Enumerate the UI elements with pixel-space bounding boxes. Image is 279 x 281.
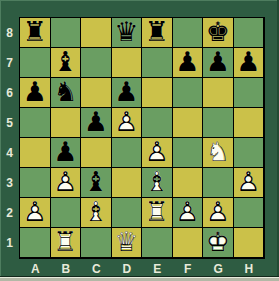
file-labels: ABCDEFGH bbox=[20, 260, 264, 277]
square-g1[interactable]: ♚♔ bbox=[203, 228, 234, 258]
square-h7[interactable]: ♟ bbox=[234, 48, 265, 78]
square-c6[interactable] bbox=[81, 78, 112, 108]
square-c4[interactable] bbox=[81, 138, 112, 168]
piece-glyph-outline: ♙ bbox=[20, 198, 50, 227]
square-b1[interactable]: ♜♖ bbox=[51, 228, 82, 258]
rank-label-8: 8 bbox=[0, 18, 19, 48]
black-pawn[interactable]: ♟ bbox=[173, 48, 203, 77]
square-b3[interactable]: ♟♙ bbox=[51, 168, 82, 198]
white-pawn[interactable]: ♟♙ bbox=[173, 198, 203, 227]
square-h3[interactable]: ♟♙ bbox=[234, 168, 265, 198]
square-d7[interactable] bbox=[112, 48, 143, 78]
square-f2[interactable]: ♟♙ bbox=[173, 198, 204, 228]
square-a3[interactable] bbox=[20, 168, 51, 198]
piece-glyph-outline: ♘ bbox=[203, 138, 233, 167]
white-king[interactable]: ♚♔ bbox=[203, 228, 233, 257]
square-d3[interactable] bbox=[112, 168, 143, 198]
square-g3[interactable] bbox=[203, 168, 234, 198]
square-f6[interactable] bbox=[173, 78, 204, 108]
square-e3[interactable]: ♝♗ bbox=[142, 168, 173, 198]
square-b6[interactable]: ♞ bbox=[51, 78, 82, 108]
square-b2[interactable] bbox=[51, 198, 82, 228]
black-pawn[interactable]: ♟ bbox=[234, 48, 264, 77]
square-b4[interactable]: ♟ bbox=[51, 138, 82, 168]
black-knight[interactable]: ♞ bbox=[51, 78, 81, 107]
square-d6[interactable]: ♟ bbox=[112, 78, 143, 108]
white-pawn[interactable]: ♟♙ bbox=[142, 138, 172, 167]
white-rook[interactable]: ♜♖ bbox=[142, 198, 172, 227]
rank-label-1: 1 bbox=[0, 228, 19, 258]
square-a6[interactable]: ♟ bbox=[20, 78, 51, 108]
black-king[interactable]: ♚ bbox=[203, 18, 233, 47]
black-pawn[interactable]: ♟ bbox=[112, 78, 142, 107]
square-h5[interactable] bbox=[234, 108, 265, 138]
rank-label-6: 6 bbox=[0, 78, 19, 108]
white-rook[interactable]: ♜♖ bbox=[51, 228, 81, 257]
square-h2[interactable] bbox=[234, 198, 265, 228]
window-bevel-right bbox=[277, 0, 279, 281]
square-f1[interactable] bbox=[173, 228, 204, 258]
black-queen[interactable]: ♛ bbox=[112, 18, 142, 47]
piece-glyph-outline: ♙ bbox=[203, 198, 233, 227]
square-f3[interactable] bbox=[173, 168, 204, 198]
square-e5[interactable] bbox=[142, 108, 173, 138]
piece-glyph-outline: ♙ bbox=[112, 108, 142, 137]
black-bishop[interactable]: ♝ bbox=[81, 168, 111, 197]
square-e6[interactable] bbox=[142, 78, 173, 108]
black-pawn[interactable]: ♟ bbox=[51, 138, 81, 167]
square-d1[interactable]: ♛♕ bbox=[112, 228, 143, 258]
square-f8[interactable] bbox=[173, 18, 204, 48]
white-bishop[interactable]: ♝♗ bbox=[81, 198, 111, 227]
square-g5[interactable] bbox=[203, 108, 234, 138]
rank-label-4: 4 bbox=[0, 138, 19, 168]
square-a5[interactable] bbox=[20, 108, 51, 138]
rank-labels: 87654321 bbox=[0, 18, 19, 258]
square-b8[interactable] bbox=[51, 18, 82, 48]
square-f4[interactable] bbox=[173, 138, 204, 168]
square-c1[interactable] bbox=[81, 228, 112, 258]
white-pawn[interactable]: ♟♙ bbox=[20, 198, 50, 227]
square-d2[interactable] bbox=[112, 198, 143, 228]
square-a8[interactable]: ♜ bbox=[20, 18, 51, 48]
square-f5[interactable] bbox=[173, 108, 204, 138]
square-g4[interactable]: ♞♘ bbox=[203, 138, 234, 168]
square-f7[interactable]: ♟ bbox=[173, 48, 204, 78]
square-d8[interactable]: ♛ bbox=[112, 18, 143, 48]
file-label-b: B bbox=[51, 260, 82, 277]
piece-glyph-outline: ♙ bbox=[142, 138, 172, 167]
piece-glyph-outline: ♔ bbox=[203, 228, 233, 257]
square-h6[interactable] bbox=[234, 78, 265, 108]
black-bishop[interactable]: ♝ bbox=[51, 48, 81, 77]
piece-glyph-outline: ♖ bbox=[51, 228, 81, 257]
square-e1[interactable] bbox=[142, 228, 173, 258]
piece-glyph-outline: ♙ bbox=[51, 168, 81, 197]
square-a4[interactable] bbox=[20, 138, 51, 168]
file-label-f: F bbox=[173, 260, 204, 277]
black-pawn[interactable]: ♟ bbox=[81, 108, 111, 137]
square-a1[interactable] bbox=[20, 228, 51, 258]
square-g6[interactable] bbox=[203, 78, 234, 108]
chess-board[interactable]: ♜♛♜♚♝♟♟♟♟♞♟♟♟♙♟♟♙♞♘♟♙♝♝♗♟♙♟♙♝♗♜♖♟♙♟♙♜♖♛♕… bbox=[19, 17, 265, 259]
file-label-d: D bbox=[112, 260, 143, 277]
file-label-h: H bbox=[234, 260, 265, 277]
file-label-e: E bbox=[142, 260, 173, 277]
piece-glyph-outline: ♖ bbox=[142, 198, 172, 227]
square-e8[interactable]: ♜ bbox=[142, 18, 173, 48]
piece-glyph-outline: ♙ bbox=[173, 198, 203, 227]
square-e2[interactable]: ♜♖ bbox=[142, 198, 173, 228]
square-c2[interactable]: ♝♗ bbox=[81, 198, 112, 228]
file-label-g: G bbox=[203, 260, 234, 277]
square-e7[interactable] bbox=[142, 48, 173, 78]
window-bevel-top bbox=[0, 0, 279, 1]
square-g8[interactable]: ♚ bbox=[203, 18, 234, 48]
white-queen[interactable]: ♛♕ bbox=[112, 228, 142, 257]
square-c7[interactable] bbox=[81, 48, 112, 78]
rank-label-5: 5 bbox=[0, 108, 19, 138]
piece-glyph-outline: ♙ bbox=[234, 168, 264, 197]
square-a2[interactable]: ♟♙ bbox=[20, 198, 51, 228]
rank-label-3: 3 bbox=[0, 168, 19, 198]
rank-label-2: 2 bbox=[0, 198, 19, 228]
piece-glyph-outline: ♗ bbox=[81, 198, 111, 227]
square-b5[interactable] bbox=[51, 108, 82, 138]
square-g2[interactable]: ♟♙ bbox=[203, 198, 234, 228]
black-pawn[interactable]: ♟ bbox=[203, 48, 233, 77]
square-b7[interactable]: ♝ bbox=[51, 48, 82, 78]
file-label-c: C bbox=[81, 260, 112, 277]
file-label-a: A bbox=[20, 260, 51, 277]
piece-glyph-outline: ♗ bbox=[142, 168, 172, 197]
square-h8[interactable] bbox=[234, 18, 265, 48]
black-rook[interactable]: ♜ bbox=[20, 18, 50, 47]
white-knight[interactable]: ♞♘ bbox=[203, 138, 233, 167]
white-bishop[interactable]: ♝♗ bbox=[142, 168, 172, 197]
square-a7[interactable] bbox=[20, 48, 51, 78]
white-pawn[interactable]: ♟♙ bbox=[234, 168, 264, 197]
square-d5[interactable]: ♟♙ bbox=[112, 108, 143, 138]
square-g7[interactable]: ♟ bbox=[203, 48, 234, 78]
white-pawn[interactable]: ♟♙ bbox=[112, 108, 142, 137]
white-pawn[interactable]: ♟♙ bbox=[51, 168, 81, 197]
black-rook[interactable]: ♜ bbox=[142, 18, 172, 47]
white-pawn[interactable]: ♟♙ bbox=[203, 198, 233, 227]
rank-label-7: 7 bbox=[0, 48, 19, 78]
square-h4[interactable] bbox=[234, 138, 265, 168]
square-c5[interactable]: ♟ bbox=[81, 108, 112, 138]
black-pawn[interactable]: ♟ bbox=[20, 78, 50, 107]
square-e4[interactable]: ♟♙ bbox=[142, 138, 173, 168]
piece-glyph-outline: ♕ bbox=[112, 228, 142, 257]
square-d4[interactable] bbox=[112, 138, 143, 168]
square-h1[interactable] bbox=[234, 228, 265, 258]
square-c3[interactable]: ♝ bbox=[81, 168, 112, 198]
square-c8[interactable] bbox=[81, 18, 112, 48]
chess-app-window: 87654321 ♜♛♜♚♝♟♟♟♟♞♟♟♟♙♟♟♙♞♘♟♙♝♝♗♟♙♟♙♝♗♜… bbox=[0, 0, 279, 281]
